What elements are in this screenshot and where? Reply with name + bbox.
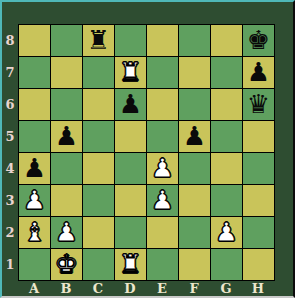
square-e7[interactable]: [147, 57, 179, 89]
rank-label-4: 4: [2, 152, 18, 184]
file-label-e: E: [146, 281, 178, 296]
square-c5[interactable]: [83, 121, 115, 153]
black-pawn: ♟: [55, 121, 78, 152]
white-pawn: ♟: [55, 217, 78, 248]
rank-label-2: 2: [2, 216, 18, 248]
square-d3[interactable]: [115, 185, 147, 217]
white-pawn: ♟: [215, 217, 238, 248]
rank-label-1: 1: [2, 248, 18, 280]
square-h6[interactable]: ♛: [243, 89, 275, 121]
white-pawn: ♟: [23, 185, 46, 216]
square-f7[interactable]: [179, 57, 211, 89]
file-labels: ABCDEFGH: [18, 281, 275, 296]
black-queen: ♛: [247, 89, 270, 120]
square-h1[interactable]: [243, 249, 275, 281]
square-a4[interactable]: ♟: [19, 153, 51, 185]
square-g4[interactable]: [211, 153, 243, 185]
square-c3[interactable]: [83, 185, 115, 217]
square-a5[interactable]: [19, 121, 51, 153]
white-pawn: ♟: [151, 185, 174, 216]
square-f3[interactable]: [179, 185, 211, 217]
black-pawn: ♟: [23, 153, 46, 184]
square-b3[interactable]: [51, 185, 83, 217]
square-e8[interactable]: [147, 25, 179, 57]
square-c4[interactable]: [83, 153, 115, 185]
file-label-b: B: [50, 281, 82, 296]
square-g1[interactable]: [211, 249, 243, 281]
white-king: ♚: [55, 249, 78, 280]
file-label-h: H: [242, 281, 274, 296]
rank-label-6: 6: [2, 88, 18, 120]
square-c8[interactable]: ♜: [83, 25, 115, 57]
square-d7[interactable]: ♜: [115, 57, 147, 89]
rank-label-8: 8: [2, 24, 18, 56]
black-king: ♚: [247, 25, 270, 56]
square-e5[interactable]: [147, 121, 179, 153]
square-d2[interactable]: [115, 217, 147, 249]
square-c2[interactable]: [83, 217, 115, 249]
square-d4[interactable]: [115, 153, 147, 185]
square-d1[interactable]: ♜: [115, 249, 147, 281]
square-c7[interactable]: [83, 57, 115, 89]
square-f2[interactable]: [179, 217, 211, 249]
square-a7[interactable]: [19, 57, 51, 89]
file-label-f: F: [178, 281, 210, 296]
file-label-c: C: [82, 281, 114, 296]
square-d6[interactable]: ♟: [115, 89, 147, 121]
white-bishop: ♝: [23, 217, 46, 248]
square-g7[interactable]: [211, 57, 243, 89]
square-g3[interactable]: [211, 185, 243, 217]
square-f5[interactable]: ♟: [179, 121, 211, 153]
square-g6[interactable]: [211, 89, 243, 121]
black-pawn: ♟: [183, 121, 206, 152]
square-e6[interactable]: [147, 89, 179, 121]
square-d8[interactable]: [115, 25, 147, 57]
chess-board-widget: 87654321 ♜♚♜♟♟♛♟♟♟♟♟♟♝♟♟♚♜ ABCDEFGH: [0, 0, 295, 298]
square-b4[interactable]: [51, 153, 83, 185]
square-e1[interactable]: [147, 249, 179, 281]
square-a3[interactable]: ♟: [19, 185, 51, 217]
black-rook: ♜: [87, 25, 110, 56]
square-b1[interactable]: ♚: [51, 249, 83, 281]
square-h3[interactable]: [243, 185, 275, 217]
rank-label-5: 5: [2, 120, 18, 152]
file-label-g: G: [210, 281, 242, 296]
black-pawn: ♟: [247, 57, 270, 88]
square-f4[interactable]: [179, 153, 211, 185]
square-f1[interactable]: [179, 249, 211, 281]
square-h2[interactable]: [243, 217, 275, 249]
square-b7[interactable]: [51, 57, 83, 89]
rank-label-7: 7: [2, 56, 18, 88]
square-g2[interactable]: ♟: [211, 217, 243, 249]
square-b6[interactable]: [51, 89, 83, 121]
square-c1[interactable]: [83, 249, 115, 281]
square-h4[interactable]: [243, 153, 275, 185]
square-h7[interactable]: ♟: [243, 57, 275, 89]
square-f8[interactable]: [179, 25, 211, 57]
square-c6[interactable]: [83, 89, 115, 121]
square-b5[interactable]: ♟: [51, 121, 83, 153]
square-e2[interactable]: [147, 217, 179, 249]
white-rook: ♜: [119, 249, 142, 280]
square-h8[interactable]: ♚: [243, 25, 275, 57]
square-d5[interactable]: [115, 121, 147, 153]
square-f6[interactable]: [179, 89, 211, 121]
square-b2[interactable]: ♟: [51, 217, 83, 249]
square-g8[interactable]: [211, 25, 243, 57]
square-g5[interactable]: [211, 121, 243, 153]
square-a2[interactable]: ♝: [19, 217, 51, 249]
square-b8[interactable]: [51, 25, 83, 57]
black-pawn: ♟: [119, 89, 142, 120]
square-e3[interactable]: ♟: [147, 185, 179, 217]
white-rook: ♜: [119, 57, 142, 88]
rank-labels: 87654321: [2, 24, 18, 281]
rank-label-3: 3: [2, 184, 18, 216]
white-pawn: ♟: [151, 153, 174, 184]
square-a6[interactable]: [19, 89, 51, 121]
file-label-d: D: [114, 281, 146, 296]
file-label-a: A: [18, 281, 50, 296]
square-a1[interactable]: [19, 249, 51, 281]
square-e4[interactable]: ♟: [147, 153, 179, 185]
square-h5[interactable]: [243, 121, 275, 153]
chess-board: ♜♚♜♟♟♛♟♟♟♟♟♟♝♟♟♚♜: [18, 24, 275, 281]
square-a8[interactable]: [19, 25, 51, 57]
